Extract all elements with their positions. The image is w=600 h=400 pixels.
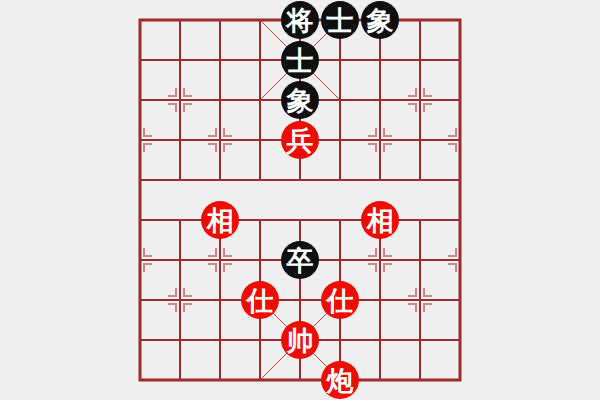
black-soldier[interactable]: 卒 [281,241,319,279]
board-intersections[interactable]: 将士象士象兵相相卒仕仕帅炮 [120,0,480,400]
black-general[interactable]: 将 [281,1,319,39]
black-advisor[interactable]: 士 [281,41,319,79]
red-general[interactable]: 帅 [281,321,319,359]
red-advisor[interactable]: 仕 [241,281,279,319]
red-soldier[interactable]: 兵 [281,121,319,159]
red-advisor[interactable]: 仕 [321,281,359,319]
black-advisor[interactable]: 士 [321,1,359,39]
black-elephant[interactable]: 象 [281,81,319,119]
red-elephant[interactable]: 相 [201,201,239,239]
red-elephant[interactable]: 相 [361,201,399,239]
black-elephant[interactable]: 象 [361,1,399,39]
xiangqi-board: 将士象士象兵相相卒仕仕帅炮 [0,0,600,400]
red-cannon[interactable]: 炮 [321,361,359,399]
